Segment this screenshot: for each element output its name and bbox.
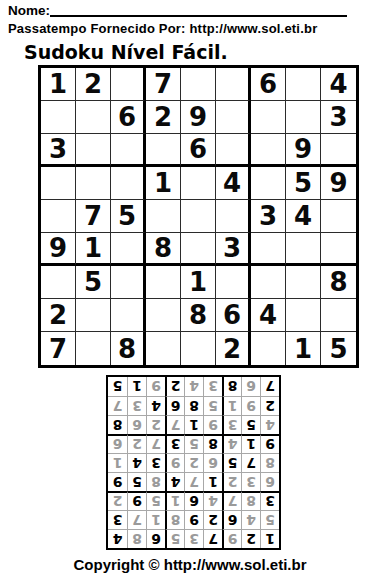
- solution-cell-r9c4: 3: [203, 377, 222, 396]
- puzzle-grid: 127646293369145975349183518286478215: [38, 65, 359, 368]
- puzzle-cell-r8c2[interactable]: [76, 299, 111, 332]
- solution-cell-r4c5: 7: [184, 472, 203, 491]
- puzzle-cell-r4c8[interactable]: 5: [286, 167, 321, 200]
- solution-cell-r1c3: 9: [222, 529, 241, 548]
- puzzle-cell-r1c4[interactable]: 7: [146, 68, 181, 101]
- solution-cell-r8c4: 5: [203, 396, 222, 415]
- puzzle-cell-r9c6[interactable]: 2: [216, 332, 251, 365]
- name-underline[interactable]: [50, 3, 347, 17]
- puzzle-cell-r1c6[interactable]: [216, 68, 251, 101]
- solution-cell-r9c3: 8: [222, 377, 241, 396]
- puzzle-cell-r2c3[interactable]: 6: [111, 101, 146, 134]
- solution-cell-r4c3: 2: [222, 472, 241, 491]
- solution-cell-r8c5: 8: [184, 396, 203, 415]
- solution-cell-r3c8: 9: [127, 491, 146, 510]
- puzzle-cell-r2c1[interactable]: [41, 101, 76, 134]
- puzzle-cell-r3c7[interactable]: [251, 134, 286, 167]
- puzzle-cell-r6c3[interactable]: [111, 233, 146, 266]
- solution-cell-r6c6: 3: [165, 434, 184, 453]
- solution-cell-r2c6: 8: [165, 510, 184, 529]
- solution-cell-r7c5: 1: [184, 415, 203, 434]
- solution-cell-r9c1: 7: [260, 377, 279, 396]
- solution-cell-r8c9: 7: [108, 396, 127, 415]
- puzzle-cell-r8c8[interactable]: [286, 299, 321, 332]
- puzzle-cell-r1c1[interactable]: 1: [41, 68, 76, 101]
- solution-cell-r3c3: 7: [222, 491, 241, 510]
- solution-cell-r6c7: 7: [146, 434, 165, 453]
- puzzle-cell-r1c8[interactable]: [286, 68, 321, 101]
- solution-cell-r7c8: 6: [127, 415, 146, 434]
- puzzle-cell-r8c7[interactable]: 4: [251, 299, 286, 332]
- puzzle-cell-r6c7[interactable]: [251, 233, 286, 266]
- puzzle-cell-r3c4[interactable]: [146, 134, 181, 167]
- solution-cell-r5c4: 6: [203, 453, 222, 472]
- solution-cell-r5c2: 7: [241, 453, 260, 472]
- puzzle-cell-r8c9[interactable]: [321, 299, 356, 332]
- puzzle-cell-r9c8[interactable]: 1: [286, 332, 321, 365]
- solution-cell-r7c2: 5: [241, 415, 260, 434]
- solution-cell-r1c1: 1: [260, 529, 279, 548]
- puzzle-cell-r3c6[interactable]: [216, 134, 251, 167]
- puzzle-cell-r3c3[interactable]: [111, 134, 146, 167]
- solution-cell-r4c7: 8: [146, 472, 165, 491]
- puzzle-cell-r8c1[interactable]: 2: [41, 299, 76, 332]
- puzzle-cell-r6c6[interactable]: 3: [216, 233, 251, 266]
- solution-cell-r3c6: 1: [165, 491, 184, 510]
- solution-cell-r5c5: 2: [184, 453, 203, 472]
- solution-cell-r4c6: 4: [165, 472, 184, 491]
- solution-cell-r2c7: 1: [146, 510, 165, 529]
- solution-cell-r4c1: 6: [260, 472, 279, 491]
- puzzle-cell-r1c2[interactable]: 2: [76, 68, 111, 101]
- puzzle-cell-r7c9[interactable]: 8: [321, 266, 356, 299]
- page-title: Sudoku Nível Fácil.: [24, 41, 228, 63]
- solution-cell-r6c9: 6: [108, 434, 127, 453]
- puzzle-cell-r5c9[interactable]: [321, 200, 356, 233]
- solution-cell-r4c2: 3: [241, 472, 260, 491]
- solution-cell-r1c8: 8: [127, 529, 146, 548]
- solution-cell-r3c7: 5: [146, 491, 165, 510]
- puzzle-cell-r5c3[interactable]: 5: [111, 200, 146, 233]
- solution-cell-r8c1: 2: [260, 396, 279, 415]
- puzzle-cell-r9c5[interactable]: [181, 332, 216, 365]
- puzzle-cell-r1c3[interactable]: [111, 68, 146, 101]
- solution-cell-r2c8: 7: [127, 510, 146, 529]
- solution-cell-r7c6: 7: [165, 415, 184, 434]
- puzzle-cell-r5c8[interactable]: 4: [286, 200, 321, 233]
- solution-cell-r2c5: 9: [184, 510, 203, 529]
- solution-grid: 1297356845462981733874615926321748598756…: [106, 375, 281, 550]
- solution-cell-r7c1: 4: [260, 415, 279, 434]
- puzzle-cell-r6c2[interactable]: 1: [76, 233, 111, 266]
- solution-cell-r1c6: 5: [165, 529, 184, 548]
- solution-cell-r3c1: 3: [260, 491, 279, 510]
- solution-cell-r8c3: 1: [222, 396, 241, 415]
- solution-cell-r2c2: 4: [241, 510, 260, 529]
- puzzle-cell-r6c1[interactable]: 9: [41, 233, 76, 266]
- puzzle-cell-r8c6[interactable]: 6: [216, 299, 251, 332]
- solution-cell-r9c5: 4: [184, 377, 203, 396]
- solution-cell-r9c6: 2: [165, 377, 184, 396]
- name-label: Nome:: [8, 3, 50, 18]
- solution-cell-r2c4: 2: [203, 510, 222, 529]
- puzzle-cell-r4c4[interactable]: 1: [146, 167, 181, 200]
- solution-cell-r8c2: 9: [241, 396, 260, 415]
- puzzle-cell-r7c2[interactable]: 5: [76, 266, 111, 299]
- puzzle-cell-r1c9[interactable]: 4: [321, 68, 356, 101]
- puzzle-cell-r7c1[interactable]: [41, 266, 76, 299]
- puzzle-cell-r5c5[interactable]: [181, 200, 216, 233]
- puzzle-cell-r7c7[interactable]: [251, 266, 286, 299]
- solution-cell-r9c8: 1: [127, 377, 146, 396]
- puzzle-cell-r2c5[interactable]: 9: [181, 101, 216, 134]
- puzzle-cell-r9c9[interactable]: 5: [321, 332, 356, 365]
- puzzle-cell-r5c4[interactable]: [146, 200, 181, 233]
- puzzle-cell-r6c5[interactable]: [181, 233, 216, 266]
- solution-cell-r3c5: 6: [184, 491, 203, 510]
- puzzle-cell-r6c4[interactable]: 8: [146, 233, 181, 266]
- puzzle-cell-r5c2[interactable]: 7: [76, 200, 111, 233]
- solution-cell-r6c2: 1: [241, 434, 260, 453]
- puzzle-cell-r4c1[interactable]: [41, 167, 76, 200]
- puzzle-cell-r9c4[interactable]: [146, 332, 181, 365]
- solution-cell-r8c8: 3: [127, 396, 146, 415]
- solution-cell-r5c3: 5: [222, 453, 241, 472]
- solution-cell-r3c9: 2: [108, 491, 127, 510]
- puzzle-cell-r4c9[interactable]: 9: [321, 167, 356, 200]
- puzzle-cell-r4c6[interactable]: 4: [216, 167, 251, 200]
- puzzle-cell-r7c3[interactable]: [111, 266, 146, 299]
- solution-cell-r1c5: 3: [184, 529, 203, 548]
- solution-cell-r4c4: 1: [203, 472, 222, 491]
- puzzle-cell-r4c2[interactable]: [76, 167, 111, 200]
- puzzle-cell-r7c6[interactable]: [216, 266, 251, 299]
- solution-cell-r8c7: 4: [146, 396, 165, 415]
- puzzle-cell-r3c1[interactable]: 3: [41, 134, 76, 167]
- solution-cell-r8c6: 6: [165, 396, 184, 415]
- solution-cell-r7c7: 2: [146, 415, 165, 434]
- puzzle-cell-r8c3[interactable]: [111, 299, 146, 332]
- solution-cell-r1c4: 7: [203, 529, 222, 548]
- puzzle-cell-r9c2[interactable]: [76, 332, 111, 365]
- puzzle-cell-r7c8[interactable]: [286, 266, 321, 299]
- puzzle-cell-r3c9[interactable]: [321, 134, 356, 167]
- puzzle-cell-r2c6[interactable]: [216, 101, 251, 134]
- solution-cell-r2c9: 3: [108, 510, 127, 529]
- puzzle-cell-r2c2[interactable]: [76, 101, 111, 134]
- puzzle-cell-r2c9[interactable]: 3: [321, 101, 356, 134]
- solution-cell-r7c4: 9: [203, 415, 222, 434]
- solution-cell-r1c2: 2: [241, 529, 260, 548]
- solution-cell-r6c3: 4: [222, 434, 241, 453]
- solution-cell-r7c9: 8: [108, 415, 127, 434]
- puzzle-cell-r5c1[interactable]: [41, 200, 76, 233]
- puzzle-cell-r4c5[interactable]: [181, 167, 216, 200]
- solution-cell-r4c8: 5: [127, 472, 146, 491]
- puzzle-cell-r4c7[interactable]: [251, 167, 286, 200]
- solution-cell-r9c2: 6: [241, 377, 260, 396]
- copyright-line: Copyright © http://www.sol.eti.br: [0, 556, 380, 573]
- solution-cell-r6c4: 8: [203, 434, 222, 453]
- solution-cell-r6c8: 2: [127, 434, 146, 453]
- puzzle-cell-r7c4[interactable]: [146, 266, 181, 299]
- solution-cell-r5c6: 9: [165, 453, 184, 472]
- solution-cell-r1c7: 6: [146, 529, 165, 548]
- puzzle-cell-r8c4[interactable]: [146, 299, 181, 332]
- puzzle-cell-r2c7[interactable]: [251, 101, 286, 134]
- puzzle-cell-r5c6[interactable]: [216, 200, 251, 233]
- solution-cell-r9c7: 9: [146, 377, 165, 396]
- puzzle-cell-r2c4[interactable]: 2: [146, 101, 181, 134]
- puzzle-cell-r9c3[interactable]: 8: [111, 332, 146, 365]
- solution-cell-r9c9: 5: [108, 377, 127, 396]
- puzzle-cell-r5c7[interactable]: 3: [251, 200, 286, 233]
- solution-cell-r3c2: 8: [241, 491, 260, 510]
- puzzle-cell-r6c9[interactable]: [321, 233, 356, 266]
- solution-cell-r5c7: 3: [146, 453, 165, 472]
- name-row: Nome:: [8, 3, 347, 18]
- solution-cell-r5c1: 8: [260, 453, 279, 472]
- puzzle-cell-r4c3[interactable]: [111, 167, 146, 200]
- solution-cell-r3c4: 4: [203, 491, 222, 510]
- solution-cell-r6c1: 9: [260, 434, 279, 453]
- puzzle-cell-r7c5[interactable]: 1: [181, 266, 216, 299]
- puzzle-cell-r3c5[interactable]: 6: [181, 134, 216, 167]
- solution-cell-r5c8: 4: [127, 453, 146, 472]
- puzzle-cell-r1c5[interactable]: [181, 68, 216, 101]
- puzzle-cell-r2c8[interactable]: [286, 101, 321, 134]
- puzzle-cell-r6c8[interactable]: [286, 233, 321, 266]
- solution-cell-r6c5: 5: [184, 434, 203, 453]
- solution-cell-r1c9: 4: [108, 529, 127, 548]
- puzzle-cell-r1c7[interactable]: 6: [251, 68, 286, 101]
- solution-cell-r5c9: 1: [108, 453, 127, 472]
- puzzle-cell-r3c8[interactable]: 9: [286, 134, 321, 167]
- puzzle-cell-r3c2[interactable]: [76, 134, 111, 167]
- solution-cell-r7c3: 3: [222, 415, 241, 434]
- provider-line: Passatempo Fornecido Por: http://www.sol…: [8, 21, 317, 36]
- solution-cell-r4c9: 9: [108, 472, 127, 491]
- solution-cell-r2c1: 5: [260, 510, 279, 529]
- puzzle-cell-r8c5[interactable]: 8: [181, 299, 216, 332]
- puzzle-cell-r9c1[interactable]: 7: [41, 332, 76, 365]
- puzzle-cell-r9c7[interactable]: [251, 332, 286, 365]
- solution-cell-r2c3: 6: [222, 510, 241, 529]
